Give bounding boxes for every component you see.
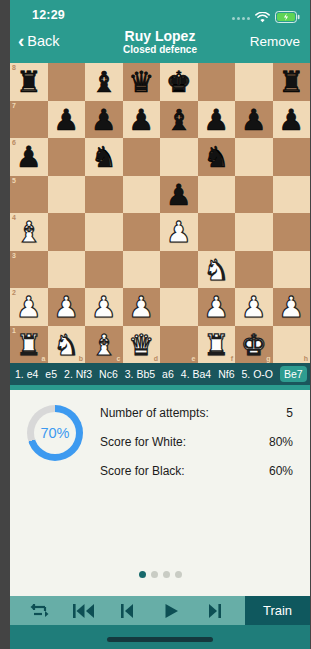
file-label: e [192,355,196,362]
square-h2[interactable]: ♟ [273,288,311,326]
square-f6[interactable]: ♞ [198,138,236,176]
square-b5[interactable] [48,176,86,214]
white-pawn[interactable]: ♟ [235,288,273,326]
black-king[interactable]: ♚ [160,63,198,101]
square-a4[interactable]: 4♝ [10,213,48,251]
page-indicator[interactable] [10,571,310,578]
white-pawn[interactable]: ♟ [198,288,236,326]
file-label: h [304,355,308,362]
white-pawn[interactable]: ♟ [123,288,161,326]
step-back-button[interactable] [114,600,140,622]
play-button[interactable] [158,600,184,622]
white-pawn[interactable]: ♟ [160,213,198,251]
white-bishop[interactable]: ♝ [10,213,48,251]
square-f7[interactable]: ♟ [198,101,236,139]
square-h1[interactable]: h [273,326,311,364]
square-b7[interactable]: ♟ [48,101,86,139]
square-e1[interactable]: e [160,326,198,364]
move-2Nf3[interactable]: 2. Nf3 [64,368,92,380]
black-pawn[interactable]: ♟ [10,138,48,176]
square-c4[interactable] [85,213,123,251]
square-a6[interactable]: 6♟ [10,138,48,176]
progress-percent: 70% [40,425,69,441]
square-f4[interactable] [198,213,236,251]
home-indicator[interactable] [107,637,213,642]
square-e5[interactable]: ♟ [160,176,198,214]
square-a1[interactable]: 1a♜ [10,326,48,364]
square-f2[interactable]: ♟ [198,288,236,326]
square-h5[interactable] [273,176,311,214]
step-forward-button[interactable] [202,600,228,622]
move-4Ba4[interactable]: 4. Ba4 [181,368,211,380]
page-subtitle: Closed defence [70,44,250,55]
square-a8[interactable]: 8♜ [10,63,48,101]
stat-value: 60% [269,464,293,478]
back-button[interactable]: ‹ Back [18,31,60,51]
white-queen[interactable]: ♛ [123,326,161,364]
square-a3[interactable]: 3 [10,251,48,289]
step-forward-icon [208,603,222,619]
white-pawn[interactable]: ♟ [85,288,123,326]
square-h6[interactable] [273,138,311,176]
square-g4[interactable] [235,213,273,251]
nav-bar: ‹ Back Ruy Lopez Closed defence Remove [10,28,310,63]
battery-charging-icon [275,9,300,27]
status-icons [232,9,300,27]
square-b6[interactable] [48,138,86,176]
white-pawn[interactable]: ♟ [273,288,311,326]
stat-value: 5 [286,406,293,420]
black-rook[interactable]: ♜ [273,63,311,101]
stat-row-attempts: Number of attempts: 5 [100,398,293,427]
square-c5[interactable] [85,176,123,214]
square-c2[interactable]: ♟ [85,288,123,326]
black-pawn[interactable]: ♟ [235,101,273,139]
stat-label: Score for White: [100,435,186,449]
white-king[interactable]: ♚ [235,326,273,364]
square-h8[interactable]: ♜ [273,63,311,101]
move-e5[interactable]: e5 [45,368,57,380]
square-e3[interactable] [160,251,198,289]
repeat-button[interactable] [27,600,53,622]
status-bar: 12:29 [10,0,310,28]
cellular-signal-icon [232,17,250,20]
white-knight[interactable]: ♞ [48,326,86,364]
square-e8[interactable]: ♚ [160,63,198,101]
wifi-icon [255,9,270,27]
square-c7[interactable]: ♟ [85,101,123,139]
square-g5[interactable] [235,176,273,214]
page-title: Ruy Lopez [70,28,250,44]
chess-board[interactable]: 8♜♝♛♚♜7♟♟♟♝♟♟♟6♟♞♞5♟4♝♟3♞2♟♟♟♟♟♟♟1a♜b♞c♝… [10,63,310,363]
black-bishop[interactable]: ♝ [160,101,198,139]
square-d1[interactable]: d♛ [123,326,161,364]
square-c6[interactable]: ♞ [85,138,123,176]
white-rook[interactable]: ♜ [10,326,48,364]
square-g3[interactable] [235,251,273,289]
square-b2[interactable]: ♟ [48,288,86,326]
move-Nf6[interactable]: Nf6 [218,368,234,380]
move-a6[interactable]: a6 [162,368,174,380]
square-d5[interactable] [123,176,161,214]
move-3Bb5[interactable]: 3. Bb5 [125,368,155,380]
square-a5[interactable]: 5 [10,176,48,214]
square-e2[interactable] [160,288,198,326]
remove-button[interactable]: Remove [250,34,300,49]
square-b8[interactable] [48,63,86,101]
white-pawn[interactable]: ♟ [48,288,86,326]
skip-to-start-button[interactable] [71,600,97,622]
square-e6[interactable] [160,138,198,176]
square-d4[interactable] [123,213,161,251]
clock: 12:29 [32,8,65,22]
black-pawn[interactable]: ♟ [273,101,311,139]
black-pawn[interactable]: ♟ [160,176,198,214]
page-dot-2[interactable] [151,571,158,578]
square-d8[interactable]: ♛ [123,63,161,101]
black-bishop[interactable]: ♝ [85,63,123,101]
rank-label: 5 [12,177,16,184]
square-b4[interactable] [48,213,86,251]
square-d2[interactable]: ♟ [123,288,161,326]
step-back-icon [120,603,134,619]
square-g2[interactable]: ♟ [235,288,273,326]
white-bishop[interactable]: ♝ [85,326,123,364]
stat-value: 80% [269,435,293,449]
progress-ring: 70% [27,405,83,461]
stat-label: Score for Black: [100,464,185,478]
square-g8[interactable] [235,63,273,101]
white-rook[interactable]: ♜ [198,326,236,364]
square-e7[interactable]: ♝ [160,101,198,139]
playback-controls [10,596,245,625]
square-f3[interactable]: ♞ [198,251,236,289]
square-f1[interactable]: f♜ [198,326,236,364]
stat-row-black-score: Score for Black: 60% [100,456,293,485]
square-a7[interactable]: 7 [10,101,48,139]
square-d6[interactable] [123,138,161,176]
page-dot-4[interactable] [175,571,182,578]
back-label: Back [27,33,59,49]
black-pawn[interactable]: ♟ [123,101,161,139]
stat-rows: Number of attempts: 5 Score for White: 8… [100,398,293,485]
black-rook[interactable]: ♜ [10,63,48,101]
train-button[interactable]: Train [245,596,310,625]
move-1e4[interactable]: 1. e4 [15,368,38,380]
stat-label: Number of attempts: [100,406,209,420]
square-f5[interactable] [198,176,236,214]
stat-row-white-score: Score for White: 80% [100,427,293,456]
square-b1[interactable]: b♞ [48,326,86,364]
page-dot-1[interactable] [139,571,146,578]
move-5O-O[interactable]: 5. O-O [242,368,274,380]
app-screen: 12:29 [10,0,310,649]
page-dot-3[interactable] [163,571,170,578]
bottom-bar [10,625,310,649]
move-Be7[interactable]: Be7 [280,366,307,382]
black-queen[interactable]: ♛ [123,63,161,101]
move-Nc6[interactable]: Nc6 [99,368,118,380]
nav-title: Ruy Lopez Closed defence [70,28,250,55]
black-knight[interactable]: ♞ [85,138,123,176]
toolbar: Train [10,596,310,625]
black-pawn[interactable]: ♟ [85,101,123,139]
square-c3[interactable] [85,251,123,289]
square-h4[interactable] [273,213,311,251]
square-d7[interactable]: ♟ [123,101,161,139]
square-h7[interactable]: ♟ [273,101,311,139]
square-f8[interactable] [198,63,236,101]
rank-label: 7 [12,102,16,109]
rank-label: 3 [12,252,16,259]
chevron-left-icon: ‹ [18,31,24,51]
square-g7[interactable]: ♟ [235,101,273,139]
black-pawn[interactable]: ♟ [48,101,86,139]
square-c8[interactable]: ♝ [85,63,123,101]
skip-to-start-icon [72,603,95,619]
header: 12:29 [10,0,310,63]
square-e4[interactable]: ♟ [160,213,198,251]
white-knight[interactable]: ♞ [198,251,236,289]
square-c1[interactable]: c♝ [85,326,123,364]
square-h3[interactable] [273,251,311,289]
play-icon [164,603,179,619]
white-pawn[interactable]: ♟ [10,288,48,326]
square-g6[interactable] [235,138,273,176]
black-knight[interactable]: ♞ [198,138,236,176]
square-g1[interactable]: g♚ [235,326,273,364]
square-d3[interactable] [123,251,161,289]
repeat-icon [29,602,50,619]
black-pawn[interactable]: ♟ [198,101,236,139]
square-a2[interactable]: 2♟ [10,288,48,326]
move-list[interactable]: 1. e4e52. Nf3Nc63. Bb5a64. Ba4Nf65. O-OB… [10,363,310,385]
square-b3[interactable] [48,251,86,289]
stats-panel: 70% Number of attempts: 5 Score for Whit… [10,390,310,596]
